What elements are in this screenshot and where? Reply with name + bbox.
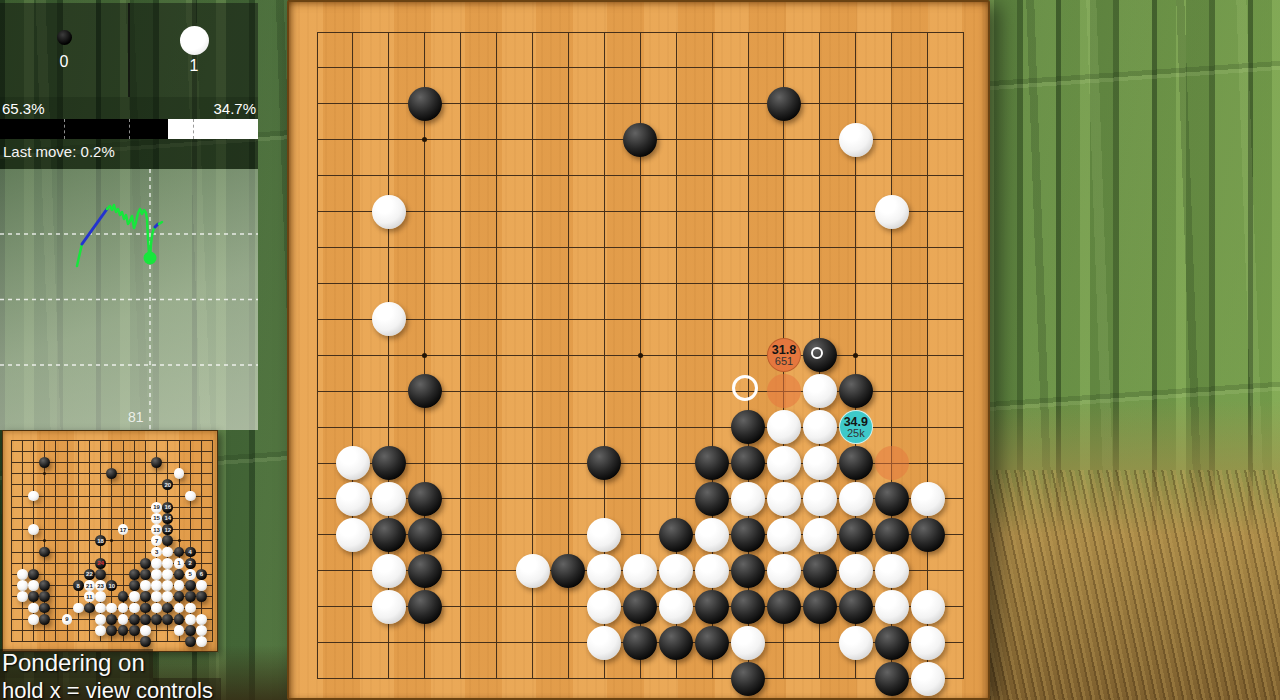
stone-white (767, 410, 801, 444)
stone-white (118, 614, 129, 625)
stone-black (106, 614, 117, 625)
stone-white (151, 569, 162, 580)
stone-white (731, 482, 765, 516)
stone-black (767, 590, 801, 624)
stone-white (95, 625, 106, 636)
winrate-bar-quarter-mark (64, 119, 65, 139)
stone-white (839, 554, 873, 588)
star-point (178, 539, 181, 542)
stone-white (95, 603, 106, 614)
white-stone-icon (180, 26, 209, 55)
stone-black (106, 625, 117, 636)
stone-white (659, 590, 693, 624)
stone-black (731, 410, 765, 444)
black-capture-count: 0 (60, 53, 69, 71)
stone-white (106, 603, 117, 614)
winrate-graph-panel[interactable]: 81 (0, 169, 258, 430)
stone-white (174, 580, 185, 591)
stone-white (129, 603, 140, 614)
winrate-curve (77, 244, 82, 266)
current-move-dot (144, 252, 157, 265)
stone-white (174, 468, 185, 479)
stone-white (336, 482, 370, 516)
stone-white (587, 590, 621, 624)
variation-stone-J10: 18 (95, 535, 106, 546)
stone-black (118, 625, 129, 636)
variation-stone-O10: 7 (151, 535, 162, 546)
variation-stone-S7: 6 (196, 569, 207, 580)
variation-stone-R7: 5 (185, 569, 196, 580)
stone-white (767, 518, 801, 552)
stone-black (174, 569, 185, 580)
stone-black (695, 482, 729, 516)
stone-black (408, 374, 442, 408)
stone-black (140, 603, 151, 614)
stone-white (95, 614, 106, 625)
stone-black (140, 614, 151, 625)
stone-black (129, 614, 140, 625)
stone-black (28, 591, 39, 602)
variation-stone-P15: 20 (162, 479, 173, 490)
variation-stone-H7: 22 (84, 569, 95, 580)
suggestion-R7[interactable] (875, 446, 909, 480)
stone-black (162, 603, 173, 614)
winrate-graph (0, 169, 258, 430)
stone-black (39, 457, 50, 468)
grid-line (11, 641, 214, 642)
stone-black (140, 558, 151, 569)
stone-black (659, 626, 693, 660)
stone-black (140, 569, 151, 580)
stone-black (129, 625, 140, 636)
stone-white (174, 625, 185, 636)
stone-white (839, 482, 873, 516)
stone-black (839, 446, 873, 480)
main-goban[interactable]: 31.865134.925k (287, 0, 990, 700)
stone-white (839, 123, 873, 157)
grid-line (212, 440, 213, 643)
grid-line (927, 32, 928, 680)
stone-black (803, 590, 837, 624)
stone-black (39, 614, 50, 625)
winrate-panel: 65.3% 34.7% Last move: 0.2% (0, 97, 258, 169)
stone-black (39, 603, 50, 614)
black-winrate-label: 65.3% (2, 100, 45, 117)
stone-black (731, 590, 765, 624)
stone-black (623, 590, 657, 624)
stone-black (140, 591, 151, 602)
stone-white (162, 547, 173, 558)
stone-black (408, 87, 442, 121)
stone-white (587, 626, 621, 660)
stone-black (106, 468, 117, 479)
stone-black (129, 580, 140, 591)
stone-white (875, 554, 909, 588)
stone-white (372, 554, 406, 588)
stone-white (911, 482, 945, 516)
stone-white (118, 603, 129, 614)
variation-stone-P11: 12 (162, 524, 173, 535)
stone-black (372, 518, 406, 552)
stone-white (151, 591, 162, 602)
suggestion-winrate: 31.8 (772, 344, 796, 356)
stone-white (162, 580, 173, 591)
stone-black (95, 569, 106, 580)
stone-white (140, 625, 151, 636)
move-number-label: 81 (128, 409, 144, 425)
stone-white (767, 482, 801, 516)
grid-line (317, 678, 965, 679)
stone-black (408, 482, 442, 516)
suggestion-winrate: 34.9 (844, 416, 868, 428)
stone-white (803, 374, 837, 408)
stone-white (174, 603, 185, 614)
white-captures: 1 (130, 3, 258, 97)
stone-black (39, 591, 50, 602)
pondering-status: Pondering on (0, 649, 153, 678)
background-dry-grass-texture (980, 470, 1280, 700)
winrate-curve (107, 205, 150, 258)
variation-stone-O11: 13 (151, 524, 162, 535)
stone-white (162, 591, 173, 602)
stone-white (875, 590, 909, 624)
winrate-bar (0, 119, 258, 139)
stone-black (174, 614, 185, 625)
suggestion-visits: 25k (847, 428, 865, 439)
stone-white (185, 491, 196, 502)
stone-white (587, 518, 621, 552)
star-point (422, 137, 427, 142)
variation-stone-F3: 9 (62, 614, 73, 625)
stone-white (767, 554, 801, 588)
stone-white (28, 614, 39, 625)
stone-white (17, 591, 28, 602)
captures-panel: 0 1 (0, 3, 258, 97)
stone-white (129, 591, 140, 602)
stone-white (196, 614, 207, 625)
winrate-curve (82, 209, 107, 244)
stone-black (185, 625, 196, 636)
stone-black (28, 569, 39, 580)
stone-black (875, 626, 909, 660)
stone-black (408, 590, 442, 624)
stone-white (95, 591, 106, 602)
stone-white (336, 518, 370, 552)
stone-black (162, 535, 173, 546)
stone-black (39, 580, 50, 591)
stone-black (839, 590, 873, 624)
stone-black (659, 518, 693, 552)
stone-white (196, 625, 207, 636)
stone-white (372, 302, 406, 336)
stone-white (911, 626, 945, 660)
winrate-curve (159, 222, 162, 224)
star-point (43, 472, 46, 475)
winrate-bar-threequarter-mark (193, 119, 194, 139)
variation-stone-R9: 4 (185, 547, 196, 558)
stone-white (28, 524, 39, 535)
stone-white (623, 554, 657, 588)
black-stone-icon (57, 30, 72, 45)
stone-white (587, 554, 621, 588)
stone-white (803, 518, 837, 552)
stone-white (17, 569, 28, 580)
variation-stone-R8: 2 (185, 558, 196, 569)
stone-white (196, 580, 207, 591)
stone-white (196, 636, 207, 647)
winrate-bar-half-mark (129, 119, 130, 139)
stone-black (84, 603, 95, 614)
stone-black (140, 636, 151, 647)
stone-black (408, 518, 442, 552)
stone-black (839, 374, 873, 408)
stone-black (162, 614, 173, 625)
stone-white (839, 626, 873, 660)
variation-stone-G6: 8 (73, 580, 84, 591)
stone-white (151, 603, 162, 614)
stone-black (174, 591, 185, 602)
star-point (853, 353, 858, 358)
stone-black (151, 457, 162, 468)
star-point (422, 353, 427, 358)
stone-black (767, 87, 801, 121)
stone-black (151, 614, 162, 625)
stone-black (185, 580, 196, 591)
stone-black (695, 446, 729, 480)
stone-black (875, 518, 909, 552)
stone-black (875, 662, 909, 696)
stone-white (911, 662, 945, 696)
stone-black (129, 569, 140, 580)
stone-white (659, 554, 693, 588)
status-area: Pondering on hold x = view controls (0, 649, 221, 700)
stone-white (336, 446, 370, 480)
stone-black (731, 446, 765, 480)
stone-black (731, 662, 765, 696)
variation-stone-O13: 19 (151, 502, 162, 513)
stone-black (803, 554, 837, 588)
variation-stone-O12: 15 (151, 513, 162, 524)
grid-line (201, 440, 202, 643)
ponder-ring-icon (732, 375, 758, 401)
white-winrate-label: 34.7% (213, 100, 256, 117)
suggestion-visits: 651 (775, 356, 793, 367)
stone-black (174, 547, 185, 558)
stone-black (196, 591, 207, 602)
grid-line (963, 32, 964, 680)
stone-black (185, 591, 196, 602)
controls-hint: hold x = view controls (0, 678, 221, 700)
suggestion-O9[interactable] (767, 374, 801, 408)
stone-white (803, 482, 837, 516)
stone-white (162, 558, 173, 569)
stone-black (408, 554, 442, 588)
star-point (638, 353, 643, 358)
variation-stone-P12: 14 (162, 513, 173, 524)
variation-stone-O9: 3 (151, 547, 162, 558)
stone-black (911, 518, 945, 552)
stone-black (118, 591, 129, 602)
variation-stone-J6: 23 (95, 580, 106, 591)
stone-black (587, 446, 621, 480)
star-point (110, 539, 113, 542)
stone-white (151, 558, 162, 569)
stone-white (372, 482, 406, 516)
stone-white (695, 554, 729, 588)
stone-white (185, 614, 196, 625)
stone-white (162, 569, 173, 580)
stone-white (695, 518, 729, 552)
black-captures: 0 (0, 3, 130, 97)
stone-black (39, 547, 50, 558)
last-move-delta-label: Last move: 0.2% (0, 139, 258, 164)
stone-white (28, 491, 39, 502)
lizzie-go-analysis-app: { "game": "go", "board_size": 19, "to_mo… (0, 0, 1280, 700)
stone-black (695, 590, 729, 624)
variation-stone-P13: 16 (162, 502, 173, 513)
stone-black (731, 554, 765, 588)
stone-white (372, 195, 406, 229)
stone-white (73, 603, 84, 614)
stone-white (151, 580, 162, 591)
white-capture-count: 1 (190, 57, 199, 75)
variation-stone-J8: 24 (95, 558, 106, 569)
stone-white (185, 603, 196, 614)
stone-black (185, 636, 196, 647)
stone-black (623, 626, 657, 660)
variation-stone-K6: 10 (106, 580, 117, 591)
star-point (43, 539, 46, 542)
stone-white (731, 626, 765, 660)
stone-white (911, 590, 945, 624)
stone-black (731, 518, 765, 552)
stone-white (140, 580, 151, 591)
variation-stone-L11: 17 (118, 524, 129, 535)
suggestion-Q8[interactable]: 34.925k (839, 410, 873, 444)
stone-black (875, 482, 909, 516)
stone-white (28, 580, 39, 591)
stone-white (803, 446, 837, 480)
stone-black (372, 446, 406, 480)
stone-white (372, 590, 406, 624)
suggestion-O10[interactable]: 31.8651 (767, 338, 801, 372)
stone-white (28, 603, 39, 614)
variation-subboard[interactable]: 123456789101112131415161718192021222324 (2, 430, 218, 652)
stone-white (17, 580, 28, 591)
stone-white (516, 554, 550, 588)
stone-black (551, 554, 585, 588)
winrate-bar-black-fill (0, 119, 168, 139)
variation-stone-Q8: 1 (174, 558, 185, 569)
stone-black (623, 123, 657, 157)
variation-stone-H5: 11 (84, 591, 95, 602)
stone-white (767, 446, 801, 480)
stone-black (839, 518, 873, 552)
stone-white (803, 410, 837, 444)
stone-white (875, 195, 909, 229)
winrate-curve (155, 224, 158, 227)
variation-stone-H6: 21 (84, 580, 95, 591)
stone-black (695, 626, 729, 660)
